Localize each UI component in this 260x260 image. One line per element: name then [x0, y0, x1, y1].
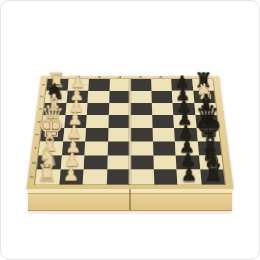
- square-h3[interactable]: [83, 170, 107, 185]
- square-c5[interactable]: [130, 103, 152, 115]
- square-f3[interactable]: [84, 141, 107, 155]
- rank-label-6: 6: [151, 76, 172, 79]
- square-h2[interactable]: ♟: [59, 170, 84, 185]
- square-g6[interactable]: [153, 155, 177, 169]
- piece-black-rook[interactable]: ♜: [203, 161, 224, 184]
- square-c6[interactable]: [151, 103, 173, 115]
- rank-label-5: 5: [130, 76, 151, 79]
- square-d6[interactable]: [152, 115, 174, 128]
- square-f5[interactable]: [130, 141, 153, 155]
- square-b3[interactable]: [87, 91, 109, 103]
- piece-white-pawn[interactable]: ♟: [62, 166, 79, 185]
- square-e5[interactable]: [130, 128, 152, 141]
- square-h8[interactable]: ♜: [200, 170, 225, 185]
- square-d4[interactable]: [108, 115, 130, 128]
- square-g5[interactable]: [130, 155, 153, 169]
- square-e3[interactable]: [85, 128, 108, 141]
- board-box-front-edge: [28, 189, 232, 211]
- square-h4[interactable]: [106, 170, 130, 185]
- photo-scene: 12345678 abcdefgh ♜♟♟♜♞♟♟♞♝♟♟♝♛♟♟♛♚♟♟♚♝♟…: [0, 0, 260, 260]
- square-g4[interactable]: [107, 155, 130, 169]
- square-d5[interactable]: [130, 115, 152, 128]
- board-fold-seam: [128, 79, 131, 184]
- square-h7[interactable]: ♟: [177, 170, 202, 185]
- square-f6[interactable]: [152, 141, 175, 155]
- square-a5[interactable]: [130, 79, 151, 91]
- square-a3[interactable]: [88, 79, 109, 91]
- piece-black-pawn[interactable]: ♟: [181, 166, 198, 185]
- square-f4[interactable]: [107, 141, 130, 155]
- square-e4[interactable]: [108, 128, 130, 141]
- square-b6[interactable]: [151, 91, 173, 103]
- square-h1[interactable]: ♜: [35, 170, 60, 185]
- square-d3[interactable]: [86, 115, 108, 128]
- square-a6[interactable]: [151, 79, 172, 91]
- piece-white-rook[interactable]: ♜: [37, 161, 58, 184]
- square-a4[interactable]: [109, 79, 130, 91]
- square-c3[interactable]: [87, 103, 109, 115]
- square-c4[interactable]: [108, 103, 130, 115]
- square-b5[interactable]: [130, 91, 151, 103]
- square-h5[interactable]: [130, 170, 154, 185]
- square-g3[interactable]: [83, 155, 107, 169]
- square-h6[interactable]: [153, 170, 177, 185]
- box-hinge-seam: [129, 189, 131, 210]
- rank-label-4: 4: [109, 76, 130, 79]
- square-e6[interactable]: [152, 128, 175, 141]
- rank-label-3: 3: [89, 76, 110, 79]
- square-b4[interactable]: [109, 91, 130, 103]
- chess-board: 12345678 abcdefgh ♜♟♟♜♞♟♟♞♝♟♟♝♛♟♟♛♚♟♟♚♝♟…: [26, 76, 233, 190]
